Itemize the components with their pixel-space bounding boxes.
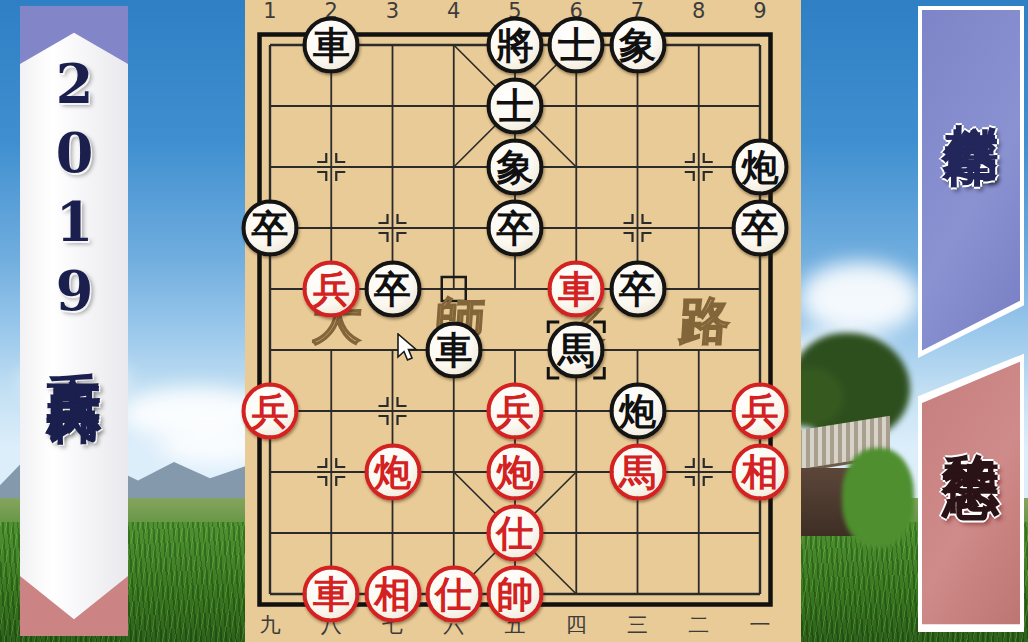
piece-glyph: 士 <box>497 88 534 125</box>
piece-black-炮[interactable]: 炮 <box>609 383 666 440</box>
piece-black-卒[interactable]: 卒 <box>364 261 421 318</box>
piece-glyph: 兵 <box>252 393 289 430</box>
piece-glyph: 卒 <box>252 210 289 247</box>
piece-red-相[interactable]: 相 <box>364 566 421 623</box>
piece-black-炮[interactable]: 炮 <box>732 139 789 196</box>
file-label-top-4: 4 <box>447 0 460 23</box>
player-name-red: 黎德志 <box>933 408 1010 420</box>
piece-red-仕[interactable]: 仕 <box>487 505 544 562</box>
piece-black-車[interactable]: 車 <box>425 322 482 379</box>
piece-red-兵[interactable]: 兵 <box>303 261 360 318</box>
piece-black-象[interactable]: 象 <box>609 17 666 74</box>
piece-glyph: 士 <box>558 27 595 64</box>
piece-glyph: 馬 <box>619 454 656 491</box>
piece-black-卒[interactable]: 卒 <box>487 200 544 257</box>
player-name-black: 赵攀伟 <box>933 78 1010 90</box>
piece-glyph: 卒 <box>374 271 411 308</box>
piece-red-帥[interactable]: 帥 <box>487 566 544 623</box>
player-banner-red-bg <box>922 352 1020 628</box>
piece-black-卒[interactable]: 卒 <box>242 200 299 257</box>
piece-glyph: 卒 <box>497 210 534 247</box>
piece-black-象[interactable]: 象 <box>487 139 544 196</box>
piece-glyph: 仕 <box>497 515 534 552</box>
piece-red-車[interactable]: 車 <box>548 261 605 318</box>
piece-glyph: 兵 <box>742 393 779 430</box>
file-label-top-8: 8 <box>692 0 705 23</box>
player-banner-black-bg <box>922 10 1020 354</box>
file-label-top-3: 3 <box>386 0 399 23</box>
screenshot-stage: 123456789九八七六五四三二一大師之路車將士象士象炮卒卒卒兵卒車卒車馬兵兵… <box>0 0 1028 642</box>
piece-glyph: 車 <box>313 27 350 64</box>
piece-black-卒[interactable]: 卒 <box>732 200 789 257</box>
piece-red-車[interactable]: 車 <box>303 566 360 623</box>
tournament-title: 2019重庆冉氏杯 <box>38 52 111 353</box>
piece-glyph: 仕 <box>435 576 472 613</box>
piece-black-車[interactable]: 車 <box>303 17 360 74</box>
piece-glyph: 炮 <box>497 454 534 491</box>
piece-red-相[interactable]: 相 <box>732 444 789 501</box>
cloud <box>800 262 920 334</box>
mouse-cursor <box>396 333 420 365</box>
file-label-bottom-8: 二 <box>688 611 709 639</box>
player-banner-black: 赵攀伟 <box>918 6 1024 358</box>
piece-glyph: 將 <box>497 27 534 64</box>
piece-glyph: 馬 <box>558 332 595 369</box>
piece-glyph: 兵 <box>497 393 534 430</box>
piece-glyph: 車 <box>313 576 350 613</box>
piece-red-兵[interactable]: 兵 <box>732 383 789 440</box>
piece-red-馬[interactable]: 馬 <box>609 444 666 501</box>
piece-glyph: 炮 <box>374 454 411 491</box>
river-text-char: 路 <box>677 288 732 355</box>
piece-glyph: 炮 <box>742 149 779 186</box>
bush <box>842 448 914 548</box>
file-label-bottom-9: 一 <box>750 611 771 639</box>
piece-glyph: 帥 <box>497 576 534 613</box>
piece-black-卒[interactable]: 卒 <box>609 261 666 318</box>
piece-glyph: 炮 <box>619 393 656 430</box>
file-label-top-1: 1 <box>263 0 276 23</box>
piece-glyph: 車 <box>558 271 595 308</box>
file-label-bottom-1: 九 <box>260 611 281 639</box>
piece-glyph: 象 <box>497 149 534 186</box>
piece-glyph: 象 <box>619 27 656 64</box>
tournament-banner: 2019重庆冉氏杯 <box>20 0 128 642</box>
piece-glyph: 卒 <box>742 210 779 247</box>
piece-black-將[interactable]: 將 <box>487 17 544 74</box>
piece-glyph: 相 <box>374 576 411 613</box>
piece-red-兵[interactable]: 兵 <box>242 383 299 440</box>
player-banner-red: 黎德志 <box>918 348 1024 632</box>
piece-glyph: 兵 <box>313 271 350 308</box>
file-label-bottom-7: 三 <box>627 611 648 639</box>
piece-black-馬[interactable]: 馬 <box>548 322 605 379</box>
piece-glyph: 卒 <box>619 271 656 308</box>
piece-red-仕[interactable]: 仕 <box>425 566 482 623</box>
file-label-bottom-6: 四 <box>566 611 587 639</box>
piece-glyph: 相 <box>742 454 779 491</box>
piece-red-炮[interactable]: 炮 <box>364 444 421 501</box>
piece-red-兵[interactable]: 兵 <box>487 383 544 440</box>
piece-black-士[interactable]: 士 <box>487 78 544 135</box>
piece-glyph: 車 <box>435 332 472 369</box>
board-panel[interactable]: 123456789九八七六五四三二一大師之路車將士象士象炮卒卒卒兵卒車卒車馬兵兵… <box>245 0 801 642</box>
piece-red-炮[interactable]: 炮 <box>487 444 544 501</box>
piece-black-士[interactable]: 士 <box>548 17 605 74</box>
file-label-top-9: 9 <box>753 0 766 23</box>
